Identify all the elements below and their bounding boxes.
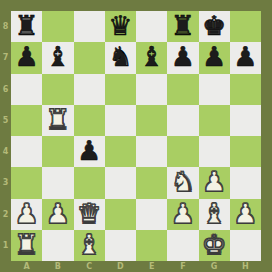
square-h4[interactable] — [230, 136, 261, 167]
square-f6[interactable] — [167, 74, 198, 105]
square-c5[interactable] — [74, 105, 105, 136]
square-c8[interactable] — [74, 11, 105, 42]
rank-labels: 87654321 — [0, 11, 11, 261]
square-e4[interactable] — [136, 136, 167, 167]
square-b5[interactable]: ♜ — [42, 105, 73, 136]
square-d6[interactable] — [105, 74, 136, 105]
white-rook-piece[interactable]: ♜ — [15, 231, 39, 258]
square-h7[interactable]: ♟ — [230, 42, 261, 73]
black-knight-piece[interactable]: ♞ — [108, 43, 132, 70]
square-c4[interactable]: ♟ — [74, 136, 105, 167]
square-e1[interactable] — [136, 230, 167, 261]
square-e6[interactable] — [136, 74, 167, 105]
file-label-c: C — [74, 261, 105, 272]
square-h8[interactable] — [230, 11, 261, 42]
square-d1[interactable] — [105, 230, 136, 261]
square-h1[interactable] — [230, 230, 261, 261]
square-b1[interactable] — [42, 230, 73, 261]
square-d8[interactable]: ♛ — [105, 11, 136, 42]
square-a7[interactable]: ♟ — [11, 42, 42, 73]
rank-label-1: 1 — [0, 230, 11, 261]
black-bishop-piece[interactable]: ♝ — [46, 43, 70, 70]
file-label-d: D — [105, 261, 136, 272]
square-d3[interactable] — [105, 167, 136, 198]
square-e3[interactable] — [136, 167, 167, 198]
black-bishop-piece[interactable]: ♝ — [140, 43, 164, 70]
square-d4[interactable] — [105, 136, 136, 167]
square-a5[interactable] — [11, 105, 42, 136]
file-label-b: B — [42, 261, 73, 272]
white-pawn-piece[interactable]: ♟ — [171, 200, 195, 227]
square-a4[interactable] — [11, 136, 42, 167]
square-g5[interactable] — [199, 105, 230, 136]
square-h6[interactable] — [230, 74, 261, 105]
white-pawn-piece[interactable]: ♟ — [46, 200, 70, 227]
rank-label-4: 4 — [0, 136, 11, 167]
black-pawn-piece[interactable]: ♟ — [171, 43, 195, 70]
black-king-piece[interactable]: ♚ — [202, 12, 226, 39]
square-d5[interactable] — [105, 105, 136, 136]
white-queen-piece[interactable]: ♛ — [77, 200, 101, 227]
white-knight-piece[interactable]: ♞ — [171, 168, 195, 195]
black-pawn-piece[interactable]: ♟ — [77, 137, 101, 164]
square-g6[interactable] — [199, 74, 230, 105]
white-king-piece[interactable]: ♚ — [202, 231, 226, 258]
square-c7[interactable] — [74, 42, 105, 73]
square-f4[interactable] — [167, 136, 198, 167]
square-c3[interactable] — [74, 167, 105, 198]
white-bishop-piece[interactable]: ♝ — [202, 200, 226, 227]
square-d7[interactable]: ♞ — [105, 42, 136, 73]
square-f3[interactable]: ♞ — [167, 167, 198, 198]
square-b4[interactable] — [42, 136, 73, 167]
file-label-a: A — [11, 261, 42, 272]
file-label-h: H — [230, 261, 261, 272]
square-a3[interactable] — [11, 167, 42, 198]
rank-label-6: 6 — [0, 74, 11, 105]
black-queen-piece[interactable]: ♛ — [108, 12, 132, 39]
square-g7[interactable]: ♟ — [199, 42, 230, 73]
square-b8[interactable] — [42, 11, 73, 42]
white-pawn-piece[interactable]: ♟ — [202, 168, 226, 195]
square-f7[interactable]: ♟ — [167, 42, 198, 73]
square-h3[interactable] — [230, 167, 261, 198]
chess-board: ♜♛♜♚♟♝♞♝♟♟♟♜♟♞♟♟♟♛♟♝♟♜♝♚ — [11, 11, 261, 261]
square-c2[interactable]: ♛ — [74, 199, 105, 230]
square-d2[interactable] — [105, 199, 136, 230]
file-label-e: E — [136, 261, 167, 272]
square-f2[interactable]: ♟ — [167, 199, 198, 230]
white-rook-piece[interactable]: ♜ — [46, 106, 70, 133]
rank-label-5: 5 — [0, 105, 11, 136]
square-e2[interactable] — [136, 199, 167, 230]
white-pawn-piece[interactable]: ♟ — [233, 200, 257, 227]
white-bishop-piece[interactable]: ♝ — [77, 231, 101, 258]
black-pawn-piece[interactable]: ♟ — [233, 43, 257, 70]
square-a1[interactable]: ♜ — [11, 230, 42, 261]
white-pawn-piece[interactable]: ♟ — [15, 200, 39, 227]
black-rook-piece[interactable]: ♜ — [15, 12, 39, 39]
square-a2[interactable]: ♟ — [11, 199, 42, 230]
file-label-g: G — [199, 261, 230, 272]
black-pawn-piece[interactable]: ♟ — [202, 43, 226, 70]
square-f1[interactable] — [167, 230, 198, 261]
black-rook-piece[interactable]: ♜ — [171, 12, 195, 39]
rank-label-7: 7 — [0, 42, 11, 73]
rank-label-8: 8 — [0, 11, 11, 42]
black-pawn-piece[interactable]: ♟ — [15, 43, 39, 70]
square-a6[interactable] — [11, 74, 42, 105]
square-b7[interactable]: ♝ — [42, 42, 73, 73]
rank-label-2: 2 — [0, 199, 11, 230]
chess-board-frame: 87654321 ♜♛♜♚♟♝♞♝♟♟♟♜♟♞♟♟♟♛♟♝♟♜♝♚ ABCDEF… — [0, 0, 272, 272]
square-e8[interactable] — [136, 11, 167, 42]
square-f5[interactable] — [167, 105, 198, 136]
square-g2[interactable]: ♝ — [199, 199, 230, 230]
square-g4[interactable] — [199, 136, 230, 167]
file-label-f: F — [167, 261, 198, 272]
square-h5[interactable] — [230, 105, 261, 136]
square-h2[interactable]: ♟ — [230, 199, 261, 230]
square-g8[interactable]: ♚ — [199, 11, 230, 42]
square-g1[interactable]: ♚ — [199, 230, 230, 261]
square-a8[interactable]: ♜ — [11, 11, 42, 42]
square-e7[interactable]: ♝ — [136, 42, 167, 73]
square-b3[interactable] — [42, 167, 73, 198]
square-c6[interactable] — [74, 74, 105, 105]
square-e5[interactable] — [136, 105, 167, 136]
square-g3[interactable]: ♟ — [199, 167, 230, 198]
square-f8[interactable]: ♜ — [167, 11, 198, 42]
file-labels: ABCDEFGH — [11, 261, 261, 272]
square-b2[interactable]: ♟ — [42, 199, 73, 230]
square-b6[interactable] — [42, 74, 73, 105]
square-c1[interactable]: ♝ — [74, 230, 105, 261]
rank-label-3: 3 — [0, 167, 11, 198]
